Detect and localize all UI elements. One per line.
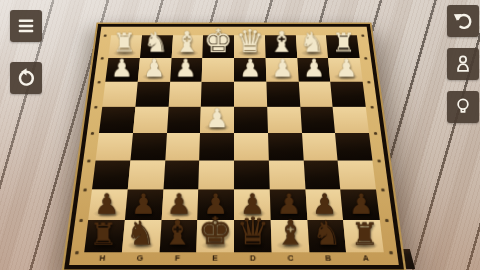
frame-nail-dot — [367, 81, 370, 83]
piece-black-king[interactable]: ♚ — [198, 211, 233, 250]
square-e6[interactable] — [198, 161, 234, 190]
frame-nail-dot — [94, 106, 97, 108]
square-g5[interactable] — [130, 133, 166, 161]
chess-board: ♜♞♝♚♛♝♞♜♟♟♟♟♟♟♟♟♟♟♟♟♟♟♟♟♜♞♝♚♛♝♞♜ HGFEDCB… — [61, 23, 406, 270]
square-c5[interactable] — [268, 133, 303, 161]
square-c4[interactable] — [267, 107, 302, 133]
square-h5[interactable] — [96, 133, 133, 161]
square-b4[interactable] — [300, 107, 335, 133]
hint-button[interactable] — [447, 91, 479, 123]
piece-white-queen[interactable]: ♛ — [236, 25, 264, 57]
frame-nail-dot — [79, 218, 83, 221]
file-label-c: C — [271, 252, 309, 265]
square-f3[interactable] — [168, 82, 202, 107]
square-b5[interactable] — [302, 133, 338, 161]
frame-nail-dot — [370, 106, 373, 108]
file-label-b: B — [309, 252, 348, 265]
piece-black-knight[interactable]: ♞ — [126, 217, 156, 250]
piece-white-knight[interactable]: ♞ — [143, 29, 168, 57]
frame-nail-dot — [87, 159, 90, 162]
square-f6[interactable] — [163, 161, 199, 190]
square-c3[interactable] — [266, 82, 300, 107]
frame-nail-dot — [91, 132, 94, 135]
piece-white-bishop[interactable]: ♝ — [268, 28, 294, 57]
piece-black-pawn[interactable]: ♟ — [94, 190, 119, 218]
rotate-icon — [15, 67, 37, 89]
square-h8[interactable]: ♜ — [84, 220, 124, 252]
square-d2[interactable]: ♟ — [234, 58, 266, 82]
rotate-board-button[interactable] — [10, 62, 42, 94]
square-e4[interactable]: ♟ — [200, 107, 234, 133]
piece-black-knight[interactable]: ♞ — [313, 217, 343, 250]
square-g4[interactable] — [133, 107, 168, 133]
square-e1[interactable]: ♚ — [203, 35, 234, 58]
square-h4[interactable] — [99, 107, 135, 133]
square-b3[interactable] — [298, 82, 332, 107]
piece-black-rook[interactable]: ♜ — [89, 219, 117, 250]
square-e8[interactable]: ♚ — [197, 220, 234, 252]
square-a7[interactable]: ♟ — [341, 189, 380, 219]
frame-nail-dot — [104, 34, 107, 36]
square-c6[interactable] — [269, 161, 305, 190]
square-h7[interactable]: ♟ — [88, 189, 127, 219]
square-b8[interactable]: ♞ — [307, 220, 346, 252]
frame-nail-dot — [83, 188, 87, 191]
piece-white-rook[interactable]: ♜ — [113, 30, 136, 56]
square-d3[interactable] — [234, 82, 267, 107]
frame-nail-dot — [374, 132, 377, 135]
player-mode-button[interactable] — [447, 48, 479, 80]
square-b2[interactable]: ♟ — [297, 58, 331, 82]
square-d8[interactable]: ♛ — [234, 220, 271, 252]
undo-arrow-icon — [452, 10, 474, 32]
file-label-d: D — [234, 252, 272, 265]
piece-white-pawn[interactable]: ♟ — [143, 56, 165, 81]
square-h3[interactable] — [102, 82, 137, 107]
square-a4[interactable] — [333, 107, 369, 133]
file-label-a: A — [346, 252, 385, 265]
frame-nail-dot — [377, 159, 380, 162]
player-pawn-icon — [452, 53, 474, 75]
square-e2[interactable] — [202, 58, 234, 82]
board-scene: ♜♞♝♚♛♝♞♜♟♟♟♟♟♟♟♟♟♟♟♟♟♟♟♟♜♞♝♚♛♝♞♜ HGFEDCB… — [81, 0, 387, 270]
piece-black-rook[interactable]: ♜ — [351, 219, 379, 250]
frame-nail-dot — [385, 218, 389, 221]
piece-white-pawn[interactable]: ♟ — [111, 56, 133, 81]
piece-white-bishop[interactable]: ♝ — [174, 28, 200, 57]
square-f2[interactable]: ♟ — [170, 58, 203, 82]
frame-nail-dot — [364, 57, 367, 59]
menu-button[interactable] — [10, 10, 42, 42]
square-a8[interactable]: ♜ — [343, 220, 383, 252]
piece-white-pawn[interactable]: ♟ — [239, 56, 261, 81]
file-label-g: G — [120, 252, 159, 265]
frame-nail-dot — [98, 81, 101, 83]
piece-black-bishop[interactable]: ♝ — [163, 216, 194, 250]
square-e5[interactable] — [199, 133, 234, 161]
piece-white-king[interactable]: ♚ — [204, 24, 233, 57]
piece-white-pawn[interactable]: ♟ — [335, 56, 357, 81]
square-f5[interactable] — [165, 133, 200, 161]
square-g6[interactable] — [127, 161, 164, 190]
square-a2[interactable]: ♟ — [328, 58, 362, 82]
piece-black-bishop[interactable]: ♝ — [275, 216, 306, 250]
frame-nail-dot — [389, 251, 393, 254]
frame-nail-dot — [361, 34, 364, 36]
file-label-h: H — [83, 252, 122, 265]
board-grid: ♜♞♝♚♛♝♞♜♟♟♟♟♟♟♟♟♟♟♟♟♟♟♟♟♜♞♝♚♛♝♞♜ — [84, 35, 384, 252]
square-a3[interactable] — [330, 82, 365, 107]
app-screen: { "game": "chess", "position": { "fen": … — [0, 0, 480, 270]
piece-white-pawn[interactable]: ♟ — [271, 56, 293, 81]
square-g8[interactable]: ♞ — [122, 220, 161, 252]
square-f8[interactable]: ♝ — [159, 220, 197, 252]
square-b6[interactable] — [303, 161, 340, 190]
piece-black-queen[interactable]: ♛ — [236, 212, 270, 250]
piece-white-pawn[interactable]: ♟ — [206, 105, 229, 131]
frame-nail-dot — [101, 57, 104, 59]
lightbulb-icon — [452, 96, 474, 118]
piece-white-knight[interactable]: ♞ — [300, 29, 325, 57]
board-frame: ♜♞♝♚♛♝♞♜♟♟♟♟♟♟♟♟♟♟♟♟♟♟♟♟♜♞♝♚♛♝♞♜ HGFEDCB… — [69, 27, 399, 265]
square-c8[interactable]: ♝ — [270, 220, 308, 252]
square-g2[interactable]: ♟ — [138, 58, 172, 82]
square-h2[interactable]: ♟ — [105, 58, 139, 82]
square-g3[interactable] — [135, 82, 169, 107]
square-d4[interactable] — [234, 107, 268, 133]
square-a6[interactable] — [338, 161, 376, 190]
square-d5[interactable] — [234, 133, 269, 161]
file-label-e: E — [196, 252, 234, 265]
frame-nail-dot — [75, 251, 79, 254]
piece-white-pawn[interactable]: ♟ — [303, 56, 325, 81]
square-h6[interactable] — [92, 161, 130, 190]
piece-black-pawn[interactable]: ♟ — [349, 190, 374, 218]
square-c2[interactable]: ♟ — [265, 58, 298, 82]
undo-button[interactable] — [447, 5, 479, 37]
piece-white-pawn[interactable]: ♟ — [175, 56, 197, 81]
file-label-f: F — [158, 252, 196, 265]
square-f4[interactable] — [167, 107, 202, 133]
hamburger-icon — [15, 15, 37, 37]
piece-white-rook[interactable]: ♜ — [332, 30, 355, 56]
square-d6[interactable] — [234, 161, 270, 190]
frame-nail-dot — [381, 188, 385, 191]
square-a5[interactable] — [335, 133, 372, 161]
